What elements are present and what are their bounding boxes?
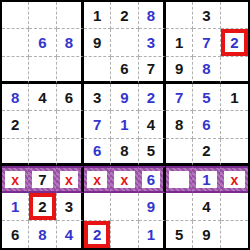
sudoku-board: 1283689317267988463927512714866852x7xxx6…: [0, 0, 250, 250]
cell-r8c4[interactable]: [84, 193, 111, 220]
cell-r9c4[interactable]: 2: [84, 221, 111, 248]
cell-r4c9[interactable]: 1: [221, 84, 248, 111]
solved-digit: 6: [93, 143, 101, 158]
solved-digit: 9: [120, 90, 128, 105]
solved-digit: 4: [65, 227, 73, 242]
given-digit: 8: [175, 117, 183, 132]
solved-digit: 9: [147, 199, 155, 214]
given-digit: 9: [175, 61, 183, 76]
cell-r6c9[interactable]: [221, 139, 248, 166]
cell-r1c7[interactable]: [166, 2, 193, 29]
cell-r4c1[interactable]: 8: [2, 84, 29, 111]
given-digit: 9: [202, 227, 210, 242]
solved-digit: 8: [65, 35, 73, 50]
cell-r7c4[interactable]: x: [84, 166, 111, 193]
given-digit: 3: [202, 8, 210, 23]
cell-r7c1[interactable]: x: [2, 166, 29, 193]
cell-r5c3[interactable]: [57, 111, 84, 138]
cell-r8c3[interactable]: 3: [57, 193, 84, 220]
cell-r6c8[interactable]: 2: [193, 139, 220, 166]
cell-r8c1[interactable]: 1: [2, 193, 29, 220]
cell-r9c3[interactable]: 4: [57, 221, 84, 248]
empty-cell: [169, 171, 189, 188]
cell-r7c3[interactable]: x: [57, 166, 84, 193]
given-digit: 5: [147, 143, 155, 158]
cell-r5c1[interactable]: 2: [2, 111, 29, 138]
cell-r9c9[interactable]: [221, 221, 248, 248]
given-digit: 2: [202, 143, 210, 158]
given-digit: 6: [65, 90, 73, 105]
cell-r2c3[interactable]: 8: [57, 29, 84, 56]
cell-r8c2[interactable]: 2: [29, 193, 56, 220]
cell-r7c6[interactable]: 6: [139, 166, 166, 193]
cell-r5c2[interactable]: [29, 111, 56, 138]
cell-r6c3[interactable]: [57, 139, 84, 166]
cell-r6c2[interactable]: [29, 139, 56, 166]
given-digit: 6: [120, 61, 128, 76]
solved-digit: 2: [93, 227, 101, 242]
cell-r1c8[interactable]: 3: [193, 2, 220, 29]
cell-r7c7[interactable]: [166, 166, 193, 193]
given-digit: 4: [202, 199, 210, 214]
given-digit: 8: [120, 143, 128, 158]
solved-digit: 8: [11, 90, 19, 105]
solved-digit: 7: [93, 117, 101, 132]
x-mark: x: [87, 171, 107, 188]
cell-r8c8[interactable]: 4: [193, 193, 220, 220]
cell-r7c8[interactable]: 1: [193, 166, 220, 193]
solved-digit: 6: [202, 117, 210, 132]
cell-r4c6[interactable]: 2: [139, 84, 166, 111]
cell-r9c8[interactable]: 9: [193, 221, 220, 248]
cell-r9c6[interactable]: 1: [139, 221, 166, 248]
cell-r3c8[interactable]: 8: [193, 57, 220, 84]
cell-r6c1[interactable]: [2, 139, 29, 166]
solved-digit: 2: [147, 90, 155, 105]
given-digit: 2: [120, 8, 128, 23]
cell-r6c6[interactable]: 5: [139, 139, 166, 166]
solved-digit: 1: [11, 199, 19, 214]
cell-r3c7[interactable]: 9: [166, 57, 193, 84]
cell-r2c7[interactable]: 1: [166, 29, 193, 56]
solved-digit: 8: [147, 8, 155, 23]
cell-r1c3[interactable]: [57, 2, 84, 29]
solved-digit: 1: [147, 227, 155, 242]
given-digit: 5: [175, 227, 183, 242]
cell-r5c4[interactable]: 7: [84, 111, 111, 138]
cell-r8c6[interactable]: 9: [139, 193, 166, 220]
given-digit: 1: [175, 35, 183, 50]
cell-r8c5[interactable]: [111, 193, 138, 220]
cell-r9c5[interactable]: [111, 221, 138, 248]
given-digit: 2: [11, 117, 19, 132]
given-digit: 3: [93, 90, 101, 105]
cell-r2c2[interactable]: 6: [29, 29, 56, 56]
cell-r2c4[interactable]: 9: [84, 29, 111, 56]
given-digit: 3: [65, 199, 73, 214]
given-digit: 7: [147, 61, 155, 76]
cell-r8c9[interactable]: [221, 193, 248, 220]
cell-r1c1[interactable]: [2, 2, 29, 29]
cell-r9c7[interactable]: 5: [166, 221, 193, 248]
solved-digit: 8: [202, 61, 210, 76]
cell-r4c8[interactable]: 5: [193, 84, 220, 111]
cell-r4c4[interactable]: 3: [84, 84, 111, 111]
cell-r6c4[interactable]: 6: [84, 139, 111, 166]
cell-r3c9[interactable]: [221, 57, 248, 84]
given-digit: 4: [147, 117, 155, 132]
cell-r4c7[interactable]: 7: [166, 84, 193, 111]
cell-r3c2[interactable]: [29, 57, 56, 84]
cell-r2c9[interactable]: 2: [221, 29, 248, 56]
given-digit: 1: [230, 90, 238, 105]
cell-r2c1[interactable]: [2, 29, 29, 56]
cell-r7c2[interactable]: 7: [29, 166, 56, 193]
solved-digit: 6: [38, 35, 46, 50]
solved-digit: 3: [147, 35, 155, 50]
cell-r7c5[interactable]: x: [111, 166, 138, 193]
x-mark: x: [114, 171, 134, 188]
cell-r4c3[interactable]: 6: [57, 84, 84, 111]
cell-r5c5[interactable]: 1: [111, 111, 138, 138]
solved-digit: 7: [202, 35, 210, 50]
x-mark: x: [224, 171, 245, 188]
cell-r6c5[interactable]: 8: [111, 139, 138, 166]
cell-r3c6[interactable]: 7: [139, 57, 166, 84]
given-digit: 4: [38, 90, 46, 105]
x-mark: x: [60, 171, 78, 188]
solved-digit: 1: [120, 117, 128, 132]
cell-r4c5[interactable]: 9: [111, 84, 138, 111]
given-digit: 1: [93, 8, 101, 23]
cell-r1c4[interactable]: 1: [84, 2, 111, 29]
solved-digit: 5: [202, 90, 210, 105]
given-digit: 7: [32, 171, 52, 188]
solved-digit: 6: [142, 171, 160, 188]
given-digit: 6: [11, 227, 19, 242]
cell-r1c5[interactable]: 2: [111, 2, 138, 29]
solved-digit: 7: [175, 90, 183, 105]
solved-digit: 2: [230, 35, 238, 50]
cell-r1c9[interactable]: [221, 2, 248, 29]
cell-r5c9[interactable]: [221, 111, 248, 138]
cell-r9c1[interactable]: 6: [2, 221, 29, 248]
cell-r9c2[interactable]: 8: [29, 221, 56, 248]
cell-r8c7[interactable]: [166, 193, 193, 220]
cell-r2c5[interactable]: [111, 29, 138, 56]
cell-r1c2[interactable]: [29, 2, 56, 29]
cell-r1c6[interactable]: 8: [139, 2, 166, 29]
cell-r6c7[interactable]: [166, 139, 193, 166]
cell-r5c6[interactable]: 4: [139, 111, 166, 138]
solved-digit: 1: [196, 171, 216, 188]
cell-r2c8[interactable]: 7: [193, 29, 220, 56]
solved-digit: 8: [38, 227, 46, 242]
cell-r3c4[interactable]: [84, 57, 111, 84]
cell-r3c1[interactable]: [2, 57, 29, 84]
cell-r5c8[interactable]: 6: [193, 111, 220, 138]
given-digit: 2: [38, 199, 46, 214]
cell-r4c2[interactable]: 4: [29, 84, 56, 111]
cell-r3c5[interactable]: 6: [111, 57, 138, 84]
cell-r2c6[interactable]: 3: [139, 29, 166, 56]
cell-r5c7[interactable]: 8: [166, 111, 193, 138]
cell-r7c9[interactable]: x: [221, 166, 248, 193]
cell-r3c3[interactable]: [57, 57, 84, 84]
given-digit: 9: [93, 35, 101, 50]
x-mark: x: [5, 171, 25, 188]
